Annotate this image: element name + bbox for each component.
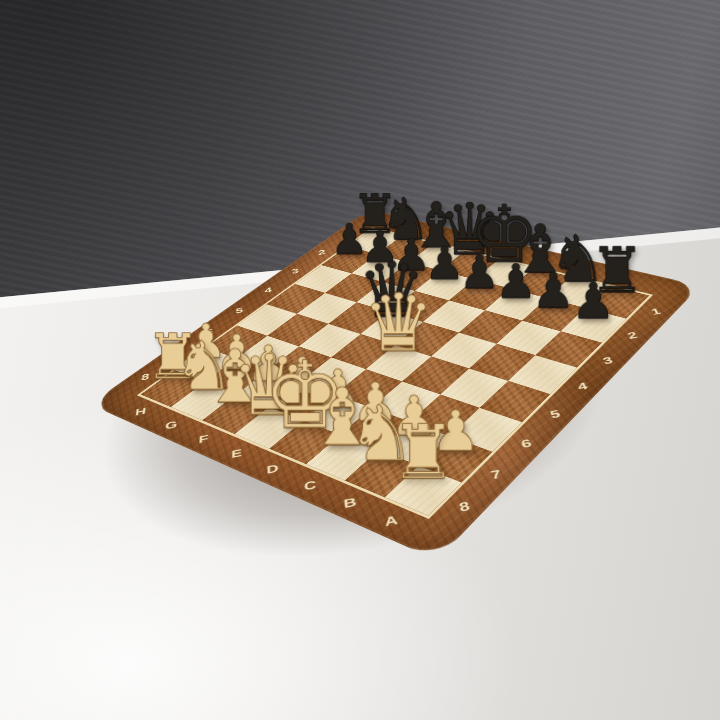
piece-black-pawn-g7: ♟ (532, 266, 575, 314)
photo-stage: ♜♞♝♛♚♝♞♜♟♟♟♟♟♟♟♟♛♛♟♟♟♟♟♟♟♟♜♞♝♛♚♝♞♜ HGFED… (0, 0, 720, 720)
piece-black-pawn-h7: ♟ (572, 276, 616, 325)
piece-black-pawn-f7: ♟ (495, 257, 537, 304)
label-rank-left-5: 5 (228, 298, 250, 324)
piece-white-queen-e4: ♛ (363, 283, 435, 363)
label-rank-left-3: 3 (285, 259, 307, 282)
piece-white-rook-h1: ♜ (390, 416, 457, 490)
label-rank-left-2: 2 (311, 241, 333, 263)
label-rank-left-4: 4 (257, 278, 279, 302)
square-h1: ♜ (385, 466, 461, 516)
